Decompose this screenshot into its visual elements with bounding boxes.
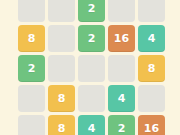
board-2048[interactable]: 282164288484216 [18,0,165,135]
tile-8-r2c1: 8 [18,25,45,52]
empty-cell-r3c3 [78,55,105,82]
tile-16-r2c4: 16 [108,25,135,52]
empty-cell-r5c1 [18,115,45,135]
empty-cell-r1c4 [108,0,135,22]
tile-8-r5c2: 8 [48,115,75,135]
empty-cell-r4c1 [18,85,45,112]
empty-cell-r1c5 [138,0,165,22]
empty-cell-r3c4 [108,55,135,82]
empty-cell-r4c3 [78,85,105,112]
tile-8-r4c2: 8 [48,85,75,112]
empty-cell-r1c1 [18,0,45,22]
tile-4-r2c5: 4 [138,25,165,52]
tile-4-r5c3: 4 [78,115,105,135]
page-background: { "game": "2048", "position": "0,0,2,0,0… [0,0,180,135]
tile-2-r2c3: 2 [78,25,105,52]
empty-cell-r1c2 [48,0,75,22]
tile-2-r1c3: 2 [78,0,105,22]
tile-2-r5c4: 2 [108,115,135,135]
empty-cell-r4c5 [138,85,165,112]
empty-cell-r2c2 [48,25,75,52]
tile-2-r3c1: 2 [18,55,45,82]
tile-8-r3c5: 8 [138,55,165,82]
tile-4-r4c4: 4 [108,85,135,112]
empty-cell-r3c2 [48,55,75,82]
tile-16-r5c5: 16 [138,115,165,135]
